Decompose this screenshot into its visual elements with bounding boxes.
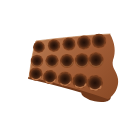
cavity-well [79,37,90,48]
mold-cavity-r1c5 [92,34,107,49]
cavity-well [32,56,42,66]
cavity-well [45,72,56,83]
cavity-well [31,69,41,79]
mold-cavity-r2c3 [60,54,74,68]
chocolate-mold-photo-svg [0,0,130,130]
mold-cavity-r3c4 [72,73,87,88]
cavity-well [47,56,57,66]
mold-cavity-r2c2 [45,54,58,67]
cavity-well [93,35,104,46]
mold-cavity-r2c1 [31,55,43,67]
mold-cavity-r3c2 [43,70,57,84]
cavity-well [74,75,86,87]
mold-cavity-r1c3 [62,37,75,50]
mold-cavity-r2c5 [88,52,103,67]
mold-cavity-grid [29,34,106,91]
cavity-well [49,41,59,51]
cavity-well [76,55,87,66]
mold-cavity-r1c4 [77,36,91,50]
cavity-well [62,56,73,67]
mold-cavity-r1c1 [33,41,45,53]
mold-cavity-r3c3 [58,72,73,87]
mold-cavity-r2c4 [75,53,90,68]
cavity-well [64,39,74,49]
cavity-well [59,73,70,84]
mold-cavity-r1c2 [48,39,60,51]
product-photo [0,0,130,130]
mold-cavity-r3c1 [29,67,42,80]
cavity-well [89,77,101,89]
cavity-well [90,54,102,66]
cavity-well [35,43,44,52]
mold-cavity-r3c5 [87,75,103,91]
